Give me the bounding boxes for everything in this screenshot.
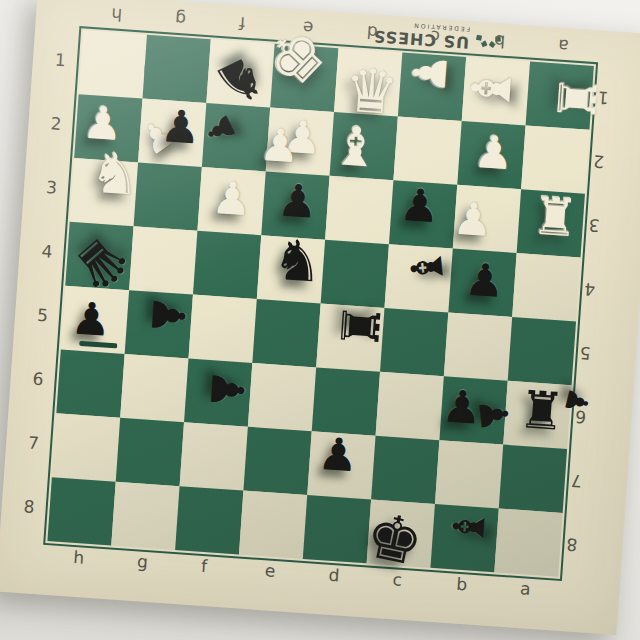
square-f7[interactable] [180,422,248,490]
square-g8[interactable] [111,482,179,550]
black-pawn-h5[interactable]: ♟ [69,296,112,343]
fallen-black-pawn-g5[interactable]: ♟ [144,294,191,337]
file-label-top-c: c [430,27,441,48]
white-pawn-e2[interactable]: ♟ [258,123,301,170]
square-b7[interactable] [435,440,503,508]
file-label-bottom-b: b [456,574,468,595]
square-d6[interactable] [312,367,380,435]
rank-label-right-4: 4 [584,279,596,300]
vinyl-chess-mat: US CHESS FEDERATION hhggffeeddccbbaa1122… [0,0,640,635]
square-c7[interactable] [371,436,439,504]
file-label-top-g: g [174,9,186,30]
black-pawn-g2[interactable]: ♟ [159,104,202,151]
fallen-black-bishop-c4[interactable]: ♝ [404,246,451,289]
square-f5[interactable] [188,295,256,363]
square-f8[interactable] [175,486,243,554]
file-label-bottom-a: a [520,578,532,599]
black-knight-e4[interactable]: ♞ [271,232,325,291]
fallen-white-pawn-c1[interactable]: ♟ [407,51,454,94]
square-d3[interactable] [325,176,393,244]
white-pawn-b3[interactable]: ♟ [451,197,494,244]
rank-label-left-5: 5 [36,305,48,326]
black-pawn-c3[interactable]: ♟ [398,183,441,230]
white-bishop-d2[interactable]: ♝ [330,119,382,176]
white-rook-a3[interactable]: ♜ [530,190,580,245]
square-c6[interactable] [376,372,444,440]
file-label-bottom-h: h [73,547,85,568]
rank-label-left-7: 7 [28,432,40,453]
white-knight-h3[interactable]: ♞ [88,145,142,204]
file-label-top-d: d [366,22,378,43]
rank-label-right-7: 7 [570,470,582,491]
black-pawn-e3[interactable]: ♟ [276,178,319,225]
fallen-white-rook-a1[interactable]: ♜ [548,74,603,124]
fallen-white-bishop-b1[interactable]: ♝ [464,63,521,115]
rank-label-left-6: 6 [32,369,44,390]
square-e8[interactable] [239,491,307,559]
file-label-bottom-d: d [328,565,340,586]
rank-label-right-8: 8 [566,534,578,555]
fallen-black-rook-d5[interactable]: ♜ [332,301,387,351]
rank-label-right-5: 5 [579,343,591,364]
square-e7[interactable] [243,427,311,495]
square-b5[interactable] [444,312,512,380]
rank-label-left-4: 4 [41,241,53,262]
rank-label-left-2: 2 [50,113,62,134]
photo-background: US CHESS FEDERATION hhggffeeddccbbaa1122… [0,0,640,640]
square-f4[interactable] [193,231,261,299]
square-g3[interactable] [134,162,202,230]
file-label-bottom-f: f [200,556,207,576]
file-label-top-b: b [494,31,506,52]
rank-label-right-3: 3 [588,215,600,236]
square-g6[interactable] [120,354,188,422]
square-h8[interactable] [47,477,115,545]
black-rook-a6[interactable]: ♜ [517,384,567,439]
rank-label-left-8: 8 [23,496,35,517]
square-a8[interactable] [494,508,562,576]
rank-label-right-2: 2 [593,151,605,172]
black-pawn-b4[interactable]: ♟ [463,258,506,305]
square-h1[interactable] [79,30,147,98]
square-a7[interactable] [499,445,567,513]
square-d4[interactable] [321,240,389,308]
square-a5[interactable] [508,317,576,385]
uschess-wordmark-text: US CHESS FEDERATION [372,20,470,51]
fallen-black-bishop-b8[interactable]: ♝ [447,506,493,547]
fallen-black-pawn-f6[interactable]: ♟ [203,368,250,411]
file-label-bottom-e: e [264,560,276,581]
file-label-top-a: a [558,36,570,57]
square-a2[interactable] [521,125,589,193]
rank-label-left-1: 1 [54,49,66,70]
square-e6[interactable] [248,363,316,431]
square-h6[interactable] [56,350,124,418]
rank-label-left-3: 3 [45,177,57,198]
square-h7[interactable] [52,413,120,481]
file-label-top-f: f [238,13,245,33]
fallen-black-pawn-b6[interactable]: ♟ [473,396,514,434]
square-a4[interactable] [512,253,580,321]
square-g4[interactable] [129,226,197,294]
white-pawn-f3[interactable]: ♟ [210,176,253,223]
square-c2[interactable] [393,116,461,184]
file-label-top-h: h [111,4,123,25]
black-pawn-d7[interactable]: ♟ [316,432,359,479]
square-g1[interactable] [143,35,211,103]
file-label-bottom-g: g [137,551,149,572]
white-pawn-b2[interactable]: ♟ [472,130,515,177]
square-e5[interactable] [252,299,320,367]
square-g7[interactable] [116,418,184,486]
square-d8[interactable] [303,495,371,563]
